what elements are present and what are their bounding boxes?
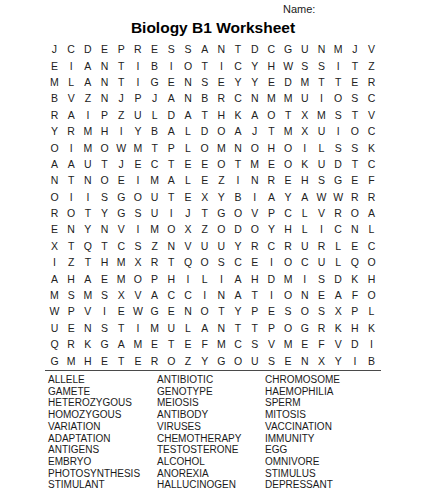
grid-cell-r19c3: K: [80, 336, 97, 352]
grid-cell-r4c12: C: [230, 90, 247, 106]
grid-cell-r2c3: A: [80, 57, 97, 73]
grid-cell-r20c8: O: [163, 352, 180, 368]
grid-cell-r20c4: E: [96, 352, 113, 368]
grid-cell-r5c16: X: [296, 107, 313, 123]
grid-cell-r6c18: I: [330, 123, 347, 139]
grid-cell-r19c12: C: [230, 336, 247, 352]
grid-cell-r14c20: O: [363, 254, 380, 270]
grid-cell-r18c12: T: [230, 320, 247, 336]
grid-cell-r12c7: M: [146, 221, 163, 237]
grid-cell-r14c9: Q: [180, 254, 197, 270]
grid-cell-r10c16: A: [296, 189, 313, 205]
name-label: Name:: [283, 3, 315, 15]
letter-grid: JCDEPRESSANTDCGUNMJVEIANTIBIOTICYHWSSITZ…: [0, 41, 426, 369]
grid-cell-r14c8: T: [163, 254, 180, 270]
grid-cell-r3c11: E: [213, 74, 230, 90]
grid-cell-r3c14: E: [263, 74, 280, 90]
grid-cell-r19c15: M: [280, 336, 297, 352]
grid-cell-r12c16: L: [296, 221, 313, 237]
grid-cell-r12c9: X: [180, 221, 197, 237]
grid-cell-r5c7: L: [146, 107, 163, 123]
grid-cell-r18c16: G: [296, 320, 313, 336]
word-list-item: MITOSIS: [265, 409, 387, 421]
grid-cell-r20c1: G: [46, 352, 63, 368]
grid-cell-r17c5: E: [113, 303, 130, 319]
grid-cell-r18c13: T: [246, 320, 263, 336]
grid-cell-r20c12: O: [230, 352, 247, 368]
grid-cell-r17c9: N: [180, 303, 197, 319]
grid-cell-r8c20: C: [363, 156, 380, 172]
grid-cell-r12c10: Z: [196, 221, 213, 237]
grid-cell-r8c9: E: [180, 156, 197, 172]
grid-cell-r4c14: M: [263, 90, 280, 106]
grid-cell-r15c10: L: [196, 270, 213, 286]
grid-cell-r12c5: V: [113, 221, 130, 237]
grid-cell-r5c11: H: [213, 107, 230, 123]
grid-cell-r14c1: I: [46, 254, 63, 270]
grid-cell-r11c16: L: [296, 205, 313, 221]
word-list-item: GAMETE: [48, 386, 157, 398]
grid-cell-r11c11: G: [213, 205, 230, 221]
grid-cell-r15c2: H: [63, 270, 80, 286]
grid-cell-r8c17: U: [313, 156, 330, 172]
grid-cell-r20c2: M: [63, 352, 80, 368]
grid-cell-r10c12: B: [230, 189, 247, 205]
grid-cell-r6c6: Y: [130, 123, 147, 139]
word-list-item: ANTIBIOTIC: [157, 374, 265, 386]
grid-cell-r6c14: T: [263, 123, 280, 139]
grid-cell-r18c18: K: [330, 320, 347, 336]
grid-cell-r2c5: T: [113, 57, 130, 73]
grid-cell-r15c20: H: [363, 270, 380, 286]
grid-cell-r5c10: T: [196, 107, 213, 123]
grid-cell-r6c5: I: [113, 123, 130, 139]
grid-cell-r8c13: M: [246, 156, 263, 172]
word-list-item: ALCOHOL: [157, 456, 265, 468]
grid-cell-r20c6: E: [130, 352, 147, 368]
word-list: ALLELEGAMETEHETEROZYGOUSHOMOZYGOUSVARIAT…: [48, 374, 387, 491]
word-list-item: EMBRYO: [48, 456, 157, 468]
grid-cell-r3c18: T: [330, 74, 347, 90]
grid-cell-r4c20: C: [363, 90, 380, 106]
grid-cell-r20c13: U: [246, 352, 263, 368]
grid-cell-r10c19: R: [347, 189, 364, 205]
grid-cell-r19c16: E: [296, 336, 313, 352]
grid-cell-r11c14: P: [263, 205, 280, 221]
grid-cell-r19c17: F: [313, 336, 330, 352]
grid-cell-r10c20: R: [363, 189, 380, 205]
grid-cell-r10c11: Y: [213, 189, 230, 205]
grid-cell-r3c6: I: [130, 74, 147, 90]
grid-cell-r18c14: P: [263, 320, 280, 336]
grid-cell-r19c4: G: [96, 336, 113, 352]
grid-cell-r5c9: A: [180, 107, 197, 123]
word-list-item: ANTIBODY: [157, 409, 265, 421]
grid-cell-r16c8: C: [163, 287, 180, 303]
grid-cell-r14c16: C: [296, 254, 313, 270]
grid-cell-r17c8: E: [163, 303, 180, 319]
grid-cell-r9c5: E: [113, 172, 130, 188]
grid-cell-r16c12: A: [230, 287, 247, 303]
grid-cell-r11c6: S: [130, 205, 147, 221]
grid-cell-r12c2: N: [63, 221, 80, 237]
grid-cell-r19c18: V: [330, 336, 347, 352]
grid-cell-r13c10: U: [196, 238, 213, 254]
grid-cell-r19c8: T: [163, 336, 180, 352]
word-list-item: VARIATION: [48, 421, 157, 433]
grid-cell-r8c18: D: [330, 156, 347, 172]
grid-cell-r20c10: Y: [196, 352, 213, 368]
grid-cell-r2c4: N: [96, 57, 113, 73]
grid-cell-r9c11: Z: [213, 172, 230, 188]
grid-cell-r8c2: A: [63, 156, 80, 172]
grid-cell-r13c5: C: [113, 238, 130, 254]
grid-cell-r7c9: L: [180, 139, 197, 155]
grid-cell-r11c8: I: [163, 205, 180, 221]
grid-cell-r6c4: H: [96, 123, 113, 139]
grid-cell-r9c7: M: [146, 172, 163, 188]
grid-cell-r14c2: Z: [63, 254, 80, 270]
word-list-item: EGG: [265, 444, 387, 456]
grid-cell-r14c18: L: [330, 254, 347, 270]
grid-cell-r16c10: I: [196, 287, 213, 303]
grid-cell-r15c19: K: [347, 270, 364, 286]
grid-cell-r5c18: S: [330, 107, 347, 123]
grid-cell-r2c2: I: [63, 57, 80, 73]
grid-cell-r13c13: R: [246, 238, 263, 254]
grid-cell-r4c10: B: [196, 90, 213, 106]
grid-cell-r10c5: G: [113, 189, 130, 205]
grid-cell-r5c13: A: [246, 107, 263, 123]
grid-cell-r5c20: V: [363, 107, 380, 123]
grid-cell-r9c6: I: [130, 172, 147, 188]
word-list-item: VACCINATION: [265, 421, 387, 433]
grid-cell-r13c20: C: [363, 238, 380, 254]
grid-cell-r9c10: E: [196, 172, 213, 188]
word-list-item: ANTIGENS: [48, 444, 157, 456]
grid-cell-r14c4: H: [96, 254, 113, 270]
grid-cell-r13c3: Q: [80, 238, 97, 254]
grid-cell-r1c19: J: [347, 41, 364, 57]
grid-cell-r13c9: V: [180, 238, 197, 254]
word-list-item: STIMULUS: [265, 468, 387, 480]
grid-cell-r13c7: Z: [146, 238, 163, 254]
grid-cell-r15c6: O: [130, 270, 147, 286]
word-list-item: HOMOZYGOUS: [48, 409, 157, 421]
worksheet-page: Name: Biology B1 Worksheet JCDEPRESSANTD…: [0, 0, 426, 500]
grid-cell-r2c11: I: [213, 57, 230, 73]
grid-cell-r8c11: O: [213, 156, 230, 172]
grid-cell-r14c3: T: [80, 254, 97, 270]
grid-cell-r5c4: P: [96, 107, 113, 123]
grid-cell-r15c5: M: [113, 270, 130, 286]
grid-cell-r20c20: B: [363, 352, 380, 368]
grid-cell-r11c19: O: [347, 205, 364, 221]
grid-cell-r10c6: O: [130, 189, 147, 205]
grid-cell-r14c5: M: [113, 254, 130, 270]
grid-cell-r12c17: I: [313, 221, 330, 237]
grid-cell-r3c10: S: [196, 74, 213, 90]
grid-cell-r4c9: N: [180, 90, 197, 106]
grid-cell-r11c10: T: [196, 205, 213, 221]
grid-cell-r13c2: T: [63, 238, 80, 254]
grid-cell-r12c11: O: [213, 221, 230, 237]
grid-cell-r11c2: O: [63, 205, 80, 221]
grid-cell-r9c15: E: [280, 172, 297, 188]
grid-cell-r13c4: T: [96, 238, 113, 254]
grid-cell-r14c11: S: [213, 254, 230, 270]
grid-cell-r5c1: R: [46, 107, 63, 123]
grid-cell-r8c14: E: [263, 156, 280, 172]
grid-cell-r16c18: A: [330, 287, 347, 303]
grid-cell-r8c1: A: [46, 156, 63, 172]
word-list-item: STIMULANT: [48, 479, 157, 491]
grid-cell-r15c7: P: [146, 270, 163, 286]
grid-cell-r11c15: C: [280, 205, 297, 221]
grid-cell-r8c4: T: [96, 156, 113, 172]
grid-cell-r18c4: S: [96, 320, 113, 336]
word-list-item: TESTOSTERONE: [157, 444, 265, 456]
grid-cell-r2c10: T: [196, 57, 213, 73]
grid-cell-r12c6: I: [130, 221, 147, 237]
grid-cell-r9c1: N: [46, 172, 63, 188]
grid-cell-r15c9: I: [180, 270, 197, 286]
grid-cell-r11c20: A: [363, 205, 380, 221]
grid-cell-r8c8: T: [163, 156, 180, 172]
grid-cell-r5c19: T: [347, 107, 364, 123]
grid-cell-r9c18: G: [330, 172, 347, 188]
grid-cell-r3c5: T: [113, 74, 130, 90]
grid-cell-r8c12: T: [230, 156, 247, 172]
grid-cell-r16c17: E: [313, 287, 330, 303]
grid-cell-r9c4: O: [96, 172, 113, 188]
grid-cell-r2c8: I: [163, 57, 180, 73]
grid-cell-r6c1: Y: [46, 123, 63, 139]
grid-cell-r12c4: N: [96, 221, 113, 237]
grid-cell-r16c1: M: [46, 287, 63, 303]
grid-cell-r9c3: N: [80, 172, 97, 188]
grid-cell-r10c8: T: [163, 189, 180, 205]
grid-cell-r4c13: N: [246, 90, 263, 106]
grid-cell-r7c7: T: [146, 139, 163, 155]
grid-cell-r20c18: Y: [330, 352, 347, 368]
grid-cell-r2c12: C: [230, 57, 247, 73]
word-list-item: ALLELE: [48, 374, 157, 386]
grid-cell-r16c7: A: [146, 287, 163, 303]
grid-cell-r18c3: N: [80, 320, 97, 336]
grid-cell-r10c2: I: [63, 189, 80, 205]
grid-cell-r4c18: O: [330, 90, 347, 106]
grid-cell-r4c8: A: [163, 90, 180, 106]
grid-cell-r4c7: J: [146, 90, 163, 106]
grid-cell-r17c19: P: [347, 303, 364, 319]
grid-cell-r17c17: S: [313, 303, 330, 319]
grid-cell-r13c8: N: [163, 238, 180, 254]
grid-cell-r2c19: T: [347, 57, 364, 73]
grid-cell-r13c11: U: [213, 238, 230, 254]
grid-cell-r3c3: A: [80, 74, 97, 90]
grid-cell-r7c2: I: [63, 139, 80, 155]
grid-cell-r7c3: M: [80, 139, 97, 155]
grid-cell-r13c17: R: [313, 238, 330, 254]
grid-cell-r2c15: W: [280, 57, 297, 73]
grid-cell-r3c4: N: [96, 74, 113, 90]
grid-cell-r18c9: L: [180, 320, 197, 336]
grid-cell-r1c3: D: [80, 41, 97, 57]
word-list-column-1: ALLELEGAMETEHETEROZYGOUSHOMOZYGOUSVARIAT…: [48, 374, 157, 491]
grid-cell-r17c16: O: [296, 303, 313, 319]
grid-cell-r11c4: Y: [96, 205, 113, 221]
grid-cell-r7c20: K: [363, 139, 380, 155]
grid-cell-r4c17: I: [313, 90, 330, 106]
grid-cell-r15c18: D: [330, 270, 347, 286]
grid-cell-r19c14: V: [263, 336, 280, 352]
grid-cell-r10c9: E: [180, 189, 197, 205]
grid-cell-r1c16: U: [296, 41, 313, 57]
grid-cell-r18c11: N: [213, 320, 230, 336]
grid-cell-r4c11: R: [213, 90, 230, 106]
grid-cell-r10c10: X: [196, 189, 213, 205]
grid-cell-r7c8: P: [163, 139, 180, 155]
grid-cell-r5c3: I: [80, 107, 97, 123]
grid-cell-r7c6: M: [130, 139, 147, 155]
grid-cell-r20c5: T: [113, 352, 130, 368]
grid-cell-r3c12: Y: [230, 74, 247, 90]
grid-cell-r2c18: I: [330, 57, 347, 73]
grid-cell-r6c3: M: [80, 123, 97, 139]
grid-cell-r11c1: R: [46, 205, 63, 221]
grid-cell-r18c2: E: [63, 320, 80, 336]
grid-cell-r19c5: A: [113, 336, 130, 352]
grid-cell-r16c11: N: [213, 287, 230, 303]
grid-cell-r13c14: C: [263, 238, 280, 254]
grid-cell-r9c16: H: [296, 172, 313, 188]
grid-cell-r2c20: Z: [363, 57, 380, 73]
grid-cell-r7c10: O: [196, 139, 213, 155]
grid-cell-r1c17: N: [313, 41, 330, 57]
grid-cell-r7c15: O: [280, 139, 297, 155]
grid-cell-r16c3: M: [80, 287, 97, 303]
grid-cell-r13c19: E: [347, 238, 364, 254]
grid-cell-r10c1: O: [46, 189, 63, 205]
word-list-item: ANOREXIA: [157, 468, 265, 480]
grid-cell-r3c9: N: [180, 74, 197, 90]
word-list-item: OMNIVORE: [265, 456, 387, 468]
grid-cell-r6c13: J: [246, 123, 263, 139]
grid-cell-r6c15: M: [280, 123, 297, 139]
grid-cell-r5c6: U: [130, 107, 147, 123]
grid-cell-r7c5: W: [113, 139, 130, 155]
grid-cell-r1c12: T: [230, 41, 247, 57]
divider-line: [45, 370, 381, 371]
grid-cell-r2c14: H: [263, 57, 280, 73]
grid-cell-r3c13: Y: [246, 74, 263, 90]
grid-cell-r4c5: J: [113, 90, 130, 106]
grid-cell-r1c6: R: [130, 41, 147, 57]
grid-cell-r14c13: E: [246, 254, 263, 270]
grid-cell-r11c3: T: [80, 205, 97, 221]
grid-cell-r10c14: A: [263, 189, 280, 205]
grid-cell-r5c17: M: [313, 107, 330, 123]
grid-cell-r13c12: Y: [230, 238, 247, 254]
grid-cell-r3c1: M: [46, 74, 63, 90]
word-list-item: HALLUCINOGEN: [157, 479, 265, 491]
grid-cell-r8c3: U: [80, 156, 97, 172]
grid-cell-r16c20: O: [363, 287, 380, 303]
grid-cell-r7c18: S: [330, 139, 347, 155]
grid-cell-r20c16: N: [296, 352, 313, 368]
grid-cell-r12c12: D: [230, 221, 247, 237]
grid-cell-r12c20: L: [363, 221, 380, 237]
grid-cell-r13c1: X: [46, 238, 63, 254]
word-list-item: DEPRESSANT: [265, 479, 387, 491]
word-list-item: HAEMOPHILIA: [265, 386, 387, 398]
grid-cell-r4c16: U: [296, 90, 313, 106]
grid-cell-r10c17: W: [313, 189, 330, 205]
grid-cell-r1c5: P: [113, 41, 130, 57]
grid-cell-r18c6: I: [130, 320, 147, 336]
grid-cell-r7c14: H: [263, 139, 280, 155]
grid-cell-r6c2: R: [63, 123, 80, 139]
grid-cell-r18c10: A: [196, 320, 213, 336]
grid-cell-r14c10: O: [196, 254, 213, 270]
grid-cell-r14c15: O: [280, 254, 297, 270]
grid-cell-r6c16: X: [296, 123, 313, 139]
grid-cell-r2c9: O: [180, 57, 197, 73]
grid-cell-r2c13: Y: [246, 57, 263, 73]
grid-cell-r15c15: M: [280, 270, 297, 286]
grid-cell-r14c6: X: [130, 254, 147, 270]
grid-cell-r3c19: E: [347, 74, 364, 90]
grid-cell-r16c4: S: [96, 287, 113, 303]
grid-cell-r1c18: M: [330, 41, 347, 57]
grid-cell-r20c7: R: [146, 352, 163, 368]
grid-cell-r4c3: Z: [80, 90, 97, 106]
grid-cell-r13c15: R: [280, 238, 297, 254]
word-list-column-3: CHROMOSOMEHAEMOPHILIASPERMMITOSISVACCINA…: [265, 374, 387, 491]
grid-cell-r1c8: S: [163, 41, 180, 57]
grid-cell-r18c1: U: [46, 320, 63, 336]
grid-cell-r12c1: E: [46, 221, 63, 237]
grid-cell-r11c17: V: [313, 205, 330, 221]
grid-cell-r14c17: U: [313, 254, 330, 270]
grid-cell-r4c4: N: [96, 90, 113, 106]
grid-cell-r7c17: L: [313, 139, 330, 155]
grid-cell-r2c7: B: [146, 57, 163, 73]
grid-cell-r16c14: I: [263, 287, 280, 303]
grid-cell-r17c7: G: [146, 303, 163, 319]
grid-cell-r18c7: M: [146, 320, 163, 336]
grid-cell-r13c6: S: [130, 238, 147, 254]
grid-cell-r12c15: H: [280, 221, 297, 237]
grid-cell-r15c3: A: [80, 270, 97, 286]
grid-cell-r8c16: K: [296, 156, 313, 172]
word-list-item: GENOTYPE: [157, 386, 265, 398]
grid-cell-r1c13: D: [246, 41, 263, 57]
grid-cell-r1c14: C: [263, 41, 280, 57]
grid-cell-r1c10: A: [196, 41, 213, 57]
grid-cell-r2c6: I: [130, 57, 147, 73]
grid-cell-r8c15: O: [280, 156, 297, 172]
grid-cell-r16c6: V: [130, 287, 147, 303]
grid-cell-r7c1: O: [46, 139, 63, 155]
grid-cell-r4c2: V: [63, 90, 80, 106]
grid-cell-r9c9: L: [180, 172, 197, 188]
grid-cell-r16c5: X: [113, 287, 130, 303]
grid-cell-r20c15: E: [280, 352, 297, 368]
grid-cell-r10c3: I: [80, 189, 97, 205]
grid-cell-r7c16: I: [296, 139, 313, 155]
